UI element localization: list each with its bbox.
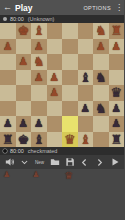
board-square[interactable] <box>78 116 94 132</box>
chess-board[interactable]: ♚♝♞♜♟♟♟♟♟♞♟♟♝♞♟♛♟♞♟♟♟♟♟♜♚♝♛♝♜ <box>0 23 124 147</box>
board-square[interactable] <box>0 23 16 39</box>
top-player-bar: 80:00 (Unknown) <box>0 15 124 23</box>
board-square[interactable]: ♞ <box>93 70 109 86</box>
board-square[interactable] <box>93 132 109 148</box>
board-square[interactable] <box>62 85 78 101</box>
board-square[interactable] <box>31 101 47 117</box>
board-square[interactable]: ♟ <box>109 39 125 55</box>
top-player-clock: 80:00 <box>10 16 24 22</box>
board-square[interactable] <box>0 85 16 101</box>
new-button[interactable]: New <box>32 155 47 169</box>
forward-icon-button[interactable] <box>92 155 107 169</box>
board-square[interactable] <box>47 39 63 55</box>
board-square[interactable]: ♝ <box>31 23 47 39</box>
forward-icon <box>95 158 104 167</box>
black-piece: ♟ <box>111 116 121 132</box>
board-square[interactable]: ♝ <box>78 132 94 148</box>
game-toolbar: New <box>0 155 124 169</box>
play-icon-button[interactable] <box>107 155 122 169</box>
board-square[interactable] <box>47 54 63 70</box>
board-square[interactable] <box>47 101 63 117</box>
expand-icon-button[interactable] <box>17 155 32 169</box>
app-bar: ← Play OPTIONS ⋮ <box>0 0 124 15</box>
board-square[interactable]: ♟ <box>16 116 32 132</box>
board-square[interactable]: ♟ <box>78 101 94 117</box>
board-square[interactable] <box>78 39 94 55</box>
white-player-color-icon <box>3 17 7 21</box>
black-piece: ♟ <box>18 116 28 132</box>
black-piece: ♞ <box>95 70 107 86</box>
white-piece: ♟ <box>49 85 59 101</box>
top-player-name: (Unknown) <box>28 16 55 22</box>
board-square[interactable]: ♟ <box>93 39 109 55</box>
board-square[interactable]: ♚ <box>16 23 32 39</box>
board-square[interactable] <box>47 132 63 148</box>
bottom-player-bar: 80:00 checkmated <box>0 147 124 155</box>
white-piece: ♟ <box>34 39 44 55</box>
board-square[interactable]: ♚ <box>16 132 32 148</box>
board-square[interactable]: ♟ <box>47 70 63 86</box>
white-piece: ♚ <box>17 23 29 39</box>
back-icon <box>80 158 89 167</box>
board-square[interactable]: ♞ <box>31 54 47 70</box>
white-piece: ♟ <box>3 39 13 55</box>
white-piece: ♛ <box>64 132 76 148</box>
board-square[interactable] <box>16 70 32 86</box>
play-icon <box>110 157 120 167</box>
board-square[interactable] <box>62 101 78 117</box>
captured-piece: ♟ <box>3 170 10 179</box>
board-square[interactable]: ♟ <box>16 54 32 70</box>
board-square[interactable]: ♟ <box>0 39 16 55</box>
sound-icon <box>5 157 15 167</box>
back-icon-button[interactable] <box>77 155 92 169</box>
board-square[interactable] <box>0 54 16 70</box>
board-square[interactable] <box>47 116 63 132</box>
board-square[interactable] <box>109 54 125 70</box>
board-square[interactable] <box>31 85 47 101</box>
white-piece: ♞ <box>95 23 107 39</box>
app-window: ← Play OPTIONS ⋮ 80:00 (Unknown) ♚♝♞♜♟♟♟… <box>0 0 124 220</box>
white-piece: ♝ <box>33 23 45 39</box>
board-square[interactable] <box>62 54 78 70</box>
expand-icon <box>20 158 29 167</box>
board-square[interactable]: ♛ <box>62 132 78 148</box>
black-piece: ♜ <box>2 132 14 148</box>
board-square[interactable] <box>93 85 109 101</box>
captured-piece: ♟ <box>32 170 39 179</box>
board-square[interactable]: ♜ <box>109 23 125 39</box>
white-piece: ♜ <box>110 23 122 39</box>
bottom-player-clock: 80:00 <box>10 148 24 154</box>
black-piece: ♟ <box>34 116 44 132</box>
board-square[interactable]: ♟ <box>109 116 125 132</box>
board-square[interactable] <box>93 54 109 70</box>
board-square[interactable] <box>93 116 109 132</box>
white-piece: ♞ <box>33 54 45 70</box>
captured-pieces-tray: ♟♟♛ <box>0 169 124 182</box>
board-square[interactable]: ♜ <box>109 132 125 148</box>
white-piece: ♟ <box>34 70 44 86</box>
board-square[interactable] <box>0 70 16 86</box>
board-square[interactable] <box>62 70 78 86</box>
board-square[interactable]: ♟ <box>31 70 47 86</box>
board-square[interactable] <box>62 39 78 55</box>
white-piece: ♟ <box>96 39 106 55</box>
board-square[interactable]: ♟ <box>31 116 47 132</box>
board-square[interactable]: ♝ <box>78 70 94 86</box>
page-title: Play <box>15 3 83 13</box>
save-icon-button[interactable] <box>62 155 77 169</box>
board-square[interactable] <box>62 116 78 132</box>
save-icon <box>65 157 75 167</box>
board-square[interactable] <box>47 23 63 39</box>
sound-icon-button[interactable] <box>2 155 17 169</box>
kebab-menu-icon[interactable]: ⋮ <box>115 3 121 12</box>
board-square[interactable]: ♞ <box>93 101 109 117</box>
board-square[interactable] <box>16 85 32 101</box>
board-square[interactable]: ♜ <box>0 132 16 148</box>
board-square[interactable] <box>16 101 32 117</box>
captured-piece: ♛ <box>64 170 73 181</box>
black-piece: ♛ <box>110 85 122 101</box>
black-piece: ♟ <box>111 101 121 117</box>
white-piece: ♟ <box>111 39 121 55</box>
board-square[interactable] <box>78 85 94 101</box>
black-piece: ♞ <box>95 101 107 117</box>
black-piece: ♝ <box>79 70 91 86</box>
black-player-color-icon <box>3 149 7 153</box>
board-square[interactable]: ♛ <box>109 85 125 101</box>
black-piece: ♝ <box>33 132 45 148</box>
white-piece: ♟ <box>18 54 28 70</box>
board-square[interactable] <box>78 54 94 70</box>
back-arrow-icon[interactable]: ← <box>3 0 13 15</box>
board-square[interactable]: ♟ <box>47 85 63 101</box>
board-square[interactable] <box>16 39 32 55</box>
board-square[interactable]: ♞ <box>93 23 109 39</box>
board-square[interactable]: ♟ <box>109 101 125 117</box>
black-piece: ♜ <box>110 132 122 148</box>
white-piece: ♟ <box>49 70 59 86</box>
bottom-player-status: checkmated <box>28 148 58 154</box>
new-button-label: New <box>35 160 44 165</box>
board-square[interactable] <box>62 23 78 39</box>
white-piece: ♝ <box>79 132 91 148</box>
options-button[interactable]: OPTIONS <box>83 5 111 11</box>
open-icon <box>50 157 60 167</box>
board-square[interactable] <box>109 70 125 86</box>
board-square[interactable]: ♟ <box>31 39 47 55</box>
board-square[interactable] <box>78 23 94 39</box>
board-square[interactable] <box>0 101 16 117</box>
black-piece: ♚ <box>17 132 29 148</box>
black-piece: ♟ <box>80 101 90 117</box>
open-icon-button[interactable] <box>47 155 62 169</box>
board-square[interactable]: ♟ <box>0 116 16 132</box>
background-area <box>0 182 124 220</box>
black-piece: ♟ <box>3 116 13 132</box>
board-square[interactable]: ♝ <box>31 132 47 148</box>
